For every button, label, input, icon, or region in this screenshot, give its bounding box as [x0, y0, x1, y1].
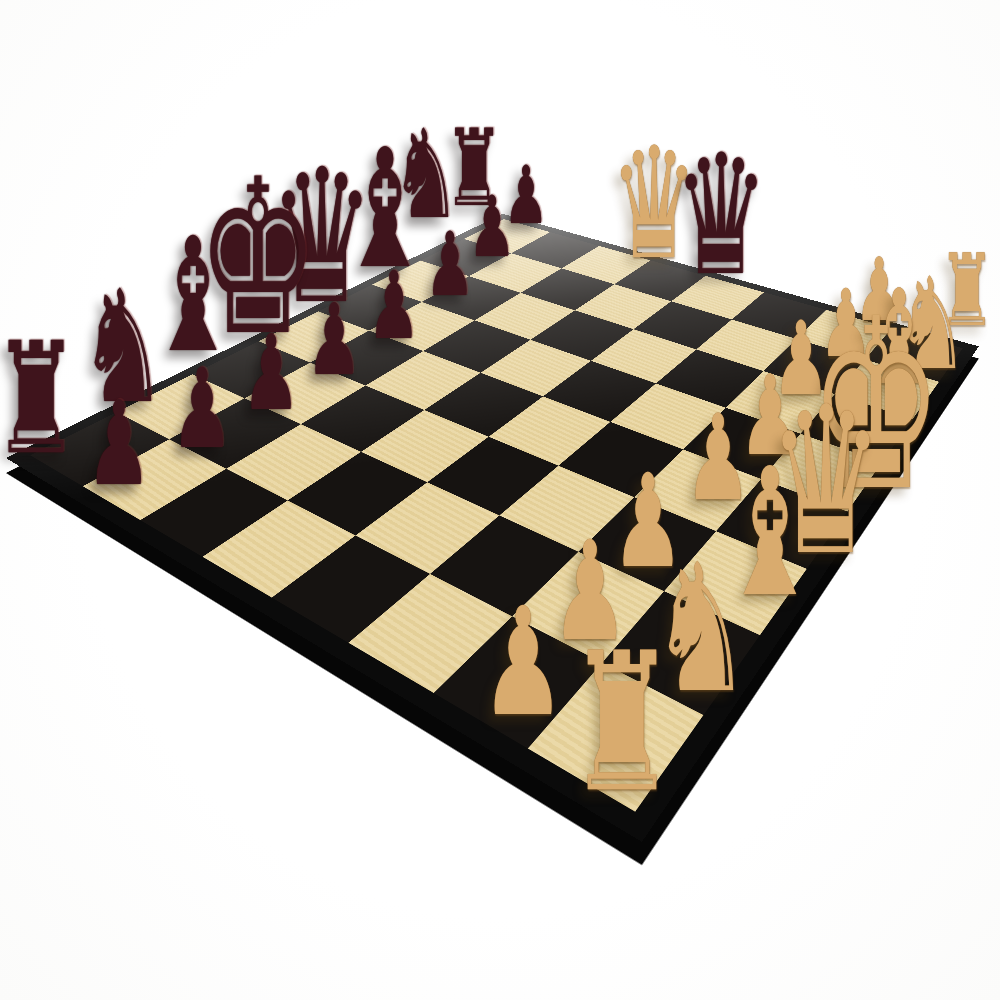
piece-black-knight-g8: ♞ [391, 113, 461, 236]
chess-board [6, 214, 979, 842]
piece-black-rook-h8: ♜ [444, 116, 504, 222]
photo-scene: ♜♞♝♚♛♝♞♜♟♟♟♟♟♟♟♟♛♛♜♞♝♚♛♝♞♜♟♟♟♟♟♟♟♟ [0, 0, 1000, 1000]
piece-white-rook-h1: ♜ [939, 241, 996, 341]
